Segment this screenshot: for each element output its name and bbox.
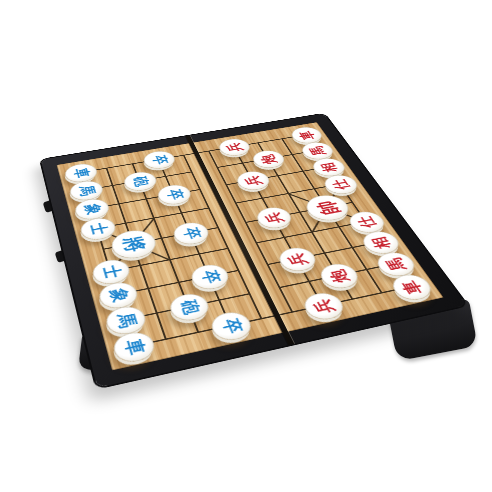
piece-glyph-blue-horse: 馬 (77, 184, 97, 196)
piece-blue-cannon[interactable]: 砲 (166, 291, 212, 324)
piece-glyph-red-horse: 馬 (383, 256, 408, 271)
piece-glyph-red-soldier: 兵 (243, 175, 264, 187)
piece-glyph-red-soldier: 兵 (225, 142, 245, 153)
piece-glyph-red-chariot: 車 (297, 130, 317, 140)
piece-glyph-red-soldier: 兵 (311, 298, 337, 315)
piece-glyph-blue-soldier: 卒 (180, 226, 202, 240)
piece-glyph-blue-cannon: 砲 (177, 299, 201, 316)
piece-glyph-red-elephant: 相 (369, 235, 393, 249)
tilted-board-scene: 車兵馬炮卒相車兵砲仕馬卒帥象兵仕士卒相將兵馬士炮卒車象兵砲馬卒車 (57, 122, 444, 370)
piece-glyph-red-advisor: 仕 (330, 178, 352, 190)
piece-glyph-red-cannon: 炮 (258, 154, 279, 165)
piece-blue-advisor[interactable]: 士 (78, 216, 118, 242)
piece-blue-soldier[interactable]: 卒 (188, 262, 233, 292)
piece-glyph-blue-cannon: 砲 (130, 175, 150, 187)
piece-glyph-blue-soldier: 卒 (198, 269, 222, 285)
piece-glyph-red-advisor: 仕 (355, 215, 379, 229)
piece-glyph-blue-soldier: 卒 (219, 317, 244, 335)
piece-blue-soldier[interactable]: 卒 (141, 149, 178, 171)
piece-glyph-blue-elephant: 象 (107, 287, 130, 304)
piece-glyph-blue-chariot: 車 (122, 337, 147, 356)
piece-blue-cannon[interactable]: 砲 (121, 170, 159, 193)
piece-glyph-red-soldier: 兵 (285, 252, 309, 267)
piece-glyph-red-horse: 馬 (307, 145, 328, 156)
piece-glyph-red-chariot: 車 (399, 279, 425, 295)
piece-glyph-red-soldier: 兵 (263, 211, 285, 224)
piece-glyph-blue-general: 將 (120, 235, 148, 254)
piece-glyph-blue-advisor: 士 (88, 222, 109, 236)
piece-blue-soldier[interactable]: 卒 (170, 220, 212, 247)
piece-glyph-blue-horse: 馬 (114, 311, 138, 329)
piece-glyph-blue-soldier: 卒 (164, 188, 185, 201)
piece-glyph-blue-chariot: 車 (71, 167, 90, 179)
product-photo: 車兵馬炮卒相車兵砲仕馬卒帥象兵仕士卒相將兵馬士炮卒車象兵砲馬卒車 (0, 0, 492, 492)
piece-glyph-red-general: 帥 (313, 199, 342, 216)
piece-blue-soldier[interactable]: 卒 (155, 183, 195, 207)
board-surface: 車兵馬炮卒相車兵砲仕馬卒帥象兵仕士卒相將兵馬士炮卒車象兵砲馬卒車 (57, 122, 444, 370)
piece-blue-general[interactable]: 將 (108, 227, 160, 261)
piece-glyph-blue-advisor: 士 (100, 264, 122, 280)
piece-glyph-red-cannon: 炮 (327, 268, 352, 284)
piece-blue-soldier[interactable]: 卒 (207, 309, 256, 343)
piece-glyph-blue-soldier: 卒 (150, 154, 170, 165)
piece-glyph-blue-elephant: 象 (82, 203, 102, 216)
piece-blue-chariot[interactable]: 車 (110, 329, 158, 365)
piece-glyph-red-elephant: 相 (318, 161, 339, 173)
